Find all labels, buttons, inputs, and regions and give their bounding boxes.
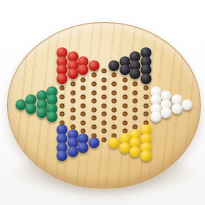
- board-hole[interactable]: [102, 129, 107, 134]
- peg-red[interactable]: [78, 64, 89, 75]
- board-hole[interactable]: [133, 107, 138, 112]
- peg-black[interactable]: [130, 69, 141, 80]
- peg-white[interactable]: [161, 107, 172, 118]
- board-hole[interactable]: [112, 125, 117, 130]
- board-hole[interactable]: [122, 94, 127, 99]
- peg-black[interactable]: [109, 60, 120, 71]
- board-hole[interactable]: [143, 86, 148, 91]
- peg-layer: [8, 23, 200, 188]
- board-hole[interactable]: [91, 116, 96, 121]
- peg-blue[interactable]: [67, 146, 78, 157]
- board-hole[interactable]: [81, 77, 86, 82]
- board-hole[interactable]: [70, 82, 75, 87]
- peg-black[interactable]: [119, 64, 130, 75]
- board-hole[interactable]: [60, 103, 65, 108]
- board-hole[interactable]: [70, 99, 75, 104]
- board-hole[interactable]: [81, 112, 86, 117]
- board-hole[interactable]: [102, 103, 107, 108]
- board-hole[interactable]: [91, 73, 96, 78]
- peg-black[interactable]: [140, 73, 151, 84]
- board-hole[interactable]: [91, 90, 96, 95]
- board-hole[interactable]: [102, 69, 107, 74]
- peg-yellow[interactable]: [140, 150, 151, 161]
- peg-yellow[interactable]: [130, 146, 141, 157]
- board-hole[interactable]: [102, 77, 107, 82]
- board-hole[interactable]: [122, 112, 127, 117]
- board-hole[interactable]: [70, 107, 75, 112]
- board-hole[interactable]: [102, 137, 107, 142]
- board-hole[interactable]: [112, 82, 117, 87]
- board-hole[interactable]: [60, 94, 65, 99]
- board-hole[interactable]: [112, 116, 117, 121]
- peg-yellow[interactable]: [119, 142, 130, 153]
- peg-blue[interactable]: [88, 137, 99, 148]
- board-hole[interactable]: [81, 86, 86, 91]
- peg-green[interactable]: [15, 99, 26, 110]
- board-hole[interactable]: [60, 86, 65, 91]
- board-hole[interactable]: [122, 86, 127, 91]
- board-hole[interactable]: [143, 94, 148, 99]
- peg-red[interactable]: [67, 69, 78, 80]
- board-hole[interactable]: [112, 107, 117, 112]
- photo-background: [0, 0, 205, 205]
- board-hole[interactable]: [122, 120, 127, 125]
- board-hole[interactable]: [133, 116, 138, 121]
- board-hole[interactable]: [81, 94, 86, 99]
- peg-white[interactable]: [182, 99, 193, 110]
- board-hole[interactable]: [102, 94, 107, 99]
- board-hole[interactable]: [91, 82, 96, 87]
- board-hole[interactable]: [81, 103, 86, 108]
- peg-blue[interactable]: [57, 150, 68, 161]
- peg-red[interactable]: [57, 73, 68, 84]
- board-hole[interactable]: [91, 99, 96, 104]
- board-hole[interactable]: [81, 120, 86, 125]
- board-hole[interactable]: [102, 120, 107, 125]
- board-hole[interactable]: [133, 90, 138, 95]
- board-hole[interactable]: [60, 112, 65, 117]
- board-hole[interactable]: [70, 90, 75, 95]
- board-hole[interactable]: [143, 103, 148, 108]
- peg-green[interactable]: [47, 112, 58, 123]
- peg-blue[interactable]: [78, 142, 89, 153]
- board-hole[interactable]: [112, 73, 117, 78]
- board-hole[interactable]: [122, 103, 127, 108]
- peg-red[interactable]: [88, 60, 99, 71]
- board-hole[interactable]: [102, 86, 107, 91]
- chinese-checkers-board: [7, 22, 201, 189]
- peg-yellow[interactable]: [109, 137, 120, 148]
- board-hole[interactable]: [112, 99, 117, 104]
- board-hole[interactable]: [91, 107, 96, 112]
- board-hole[interactable]: [143, 112, 148, 117]
- board-hole[interactable]: [112, 90, 117, 95]
- board-hole[interactable]: [122, 77, 127, 82]
- peg-green[interactable]: [36, 107, 47, 118]
- board-hole[interactable]: [91, 125, 96, 130]
- peg-white[interactable]: [151, 112, 162, 123]
- board-hole[interactable]: [133, 82, 138, 87]
- peg-white[interactable]: [171, 103, 182, 114]
- board-hole[interactable]: [70, 116, 75, 121]
- board-hole[interactable]: [133, 99, 138, 104]
- peg-green[interactable]: [26, 103, 37, 114]
- board-hole[interactable]: [102, 112, 107, 117]
